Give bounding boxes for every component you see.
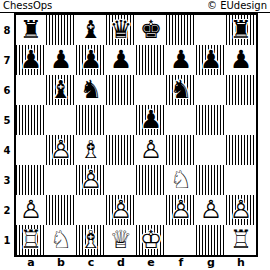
square-a4[interactable] <box>16 135 46 165</box>
piece-glyph: ♖ <box>226 225 256 255</box>
square-h6[interactable] <box>226 75 256 105</box>
square-f3[interactable]: ♞♘ <box>166 165 196 195</box>
square-f2[interactable]: ♟♙ <box>166 195 196 225</box>
piece-black-pawn: ♟♟ <box>46 45 76 75</box>
square-g4[interactable] <box>196 135 226 165</box>
piece-white-pawn: ♟♙ <box>16 195 46 225</box>
piece-glyph: ♕ <box>106 225 136 255</box>
file-label-f: f <box>166 257 196 270</box>
file-label-e: e <box>136 257 166 270</box>
square-a5[interactable] <box>16 105 46 135</box>
piece-glyph: ♟ <box>136 105 166 135</box>
square-f1[interactable] <box>166 225 196 255</box>
piece-glyph: ♟ <box>106 45 136 75</box>
square-b7[interactable]: ♟♟ <box>46 45 76 75</box>
piece-glyph: ♘ <box>166 165 196 195</box>
piece-glyph: ♙ <box>16 195 46 225</box>
square-d5[interactable] <box>106 105 136 135</box>
square-b8[interactable] <box>46 15 76 45</box>
piece-white-knight: ♞♘ <box>46 225 76 255</box>
square-c8[interactable]: ♝♝ <box>76 15 106 45</box>
square-f8[interactable] <box>166 15 196 45</box>
piece-black-pawn: ♟♟ <box>136 105 166 135</box>
square-e6[interactable] <box>136 75 166 105</box>
square-g1[interactable] <box>196 225 226 255</box>
square-c2[interactable] <box>76 195 106 225</box>
file-label-b: b <box>46 257 76 270</box>
piece-black-pawn: ♟♟ <box>106 45 136 75</box>
square-d7[interactable]: ♟♟ <box>106 45 136 75</box>
file-label-h: h <box>226 257 256 270</box>
piece-glyph: ♝ <box>46 75 76 105</box>
diagram-area: 87654321 ♜♜♝♝♛♛♚♚♜♜♟♟♟♟♟♟♟♟♟♟♟♟♟♟♝♝♞♞♞♞♟… <box>0 13 270 270</box>
file-label-g: g <box>196 257 226 270</box>
piece-black-bishop: ♝♝ <box>46 75 76 105</box>
square-e8[interactable]: ♚♚ <box>136 15 166 45</box>
rank-label-4: 4 <box>0 135 14 165</box>
square-g3[interactable] <box>196 165 226 195</box>
piece-glyph: ♟ <box>16 45 46 75</box>
square-g2[interactable]: ♟♙ <box>196 195 226 225</box>
piece-glyph: ♟ <box>166 45 196 75</box>
piece-glyph: ♗ <box>76 225 106 255</box>
file-label-d: d <box>106 257 136 270</box>
rank-label-1: 1 <box>0 225 14 255</box>
square-a6[interactable] <box>16 75 46 105</box>
piece-glyph: ♙ <box>106 195 136 225</box>
piece-black-pawn: ♟♟ <box>196 45 226 75</box>
piece-glyph: ♝ <box>76 15 106 45</box>
square-c6[interactable]: ♞♞ <box>76 75 106 105</box>
rank-label-2: 2 <box>0 195 14 225</box>
square-f6[interactable]: ♞♞ <box>166 75 196 105</box>
piece-white-pawn: ♟♙ <box>46 135 76 165</box>
piece-white-bishop: ♝♗ <box>76 135 106 165</box>
piece-glyph: ♙ <box>136 135 166 165</box>
piece-black-knight: ♞♞ <box>76 75 106 105</box>
file-label-a: a <box>16 257 46 270</box>
square-g8[interactable] <box>196 15 226 45</box>
square-c4[interactable]: ♝♗ <box>76 135 106 165</box>
square-e2[interactable] <box>136 195 166 225</box>
chess-board: ♜♜♝♝♛♛♚♚♜♜♟♟♟♟♟♟♟♟♟♟♟♟♟♟♝♝♞♞♞♞♟♟♟♙♝♗♟♙♟♙… <box>14 13 258 257</box>
piece-black-bishop: ♝♝ <box>76 15 106 45</box>
piece-glyph: ♙ <box>46 135 76 165</box>
square-g7[interactable]: ♟♟ <box>196 45 226 75</box>
piece-white-knight: ♞♘ <box>166 165 196 195</box>
piece-glyph: ♟ <box>46 45 76 75</box>
square-b5[interactable] <box>46 105 76 135</box>
piece-glyph: ♚ <box>136 15 166 45</box>
square-h8[interactable]: ♜♜ <box>226 15 256 45</box>
piece-black-queen: ♛♛ <box>106 15 136 45</box>
piece-glyph: ♗ <box>76 135 106 165</box>
piece-white-rook: ♜♖ <box>226 225 256 255</box>
square-e7[interactable] <box>136 45 166 75</box>
piece-black-pawn: ♟♟ <box>226 45 256 75</box>
piece-glyph: ♔ <box>136 225 166 255</box>
square-b1[interactable]: ♞♘ <box>46 225 76 255</box>
piece-black-rook: ♜♜ <box>226 15 256 45</box>
file-label-c: c <box>76 257 106 270</box>
piece-white-pawn: ♟♙ <box>196 195 226 225</box>
square-e3[interactable] <box>136 165 166 195</box>
square-a1[interactable]: ♜♖ <box>16 225 46 255</box>
square-h1[interactable]: ♜♖ <box>226 225 256 255</box>
square-b3[interactable] <box>46 165 76 195</box>
square-g5[interactable] <box>196 105 226 135</box>
piece-glyph: ♟ <box>226 45 256 75</box>
piece-white-queen: ♛♕ <box>106 225 136 255</box>
square-f4[interactable] <box>166 135 196 165</box>
square-e5[interactable]: ♟♟ <box>136 105 166 135</box>
piece-white-pawn: ♟♙ <box>106 195 136 225</box>
piece-white-pawn: ♟♙ <box>166 195 196 225</box>
piece-white-king: ♚♔ <box>136 225 166 255</box>
square-g6[interactable] <box>196 75 226 105</box>
piece-glyph: ♜ <box>16 15 46 45</box>
piece-black-pawn: ♟♟ <box>76 45 106 75</box>
piece-white-pawn: ♟♙ <box>76 165 106 195</box>
piece-black-rook: ♜♜ <box>16 15 46 45</box>
piece-white-rook: ♜♖ <box>16 225 46 255</box>
app-title: ChessOps <box>3 0 52 11</box>
piece-white-pawn: ♟♙ <box>136 135 166 165</box>
square-d4[interactable] <box>106 135 136 165</box>
rank-label-3: 3 <box>0 165 14 195</box>
piece-glyph: ♙ <box>166 195 196 225</box>
piece-white-bishop: ♝♗ <box>76 225 106 255</box>
piece-black-pawn: ♟♟ <box>16 45 46 75</box>
square-d8[interactable]: ♛♛ <box>106 15 136 45</box>
piece-glyph: ♞ <box>166 75 196 105</box>
square-h7[interactable]: ♟♟ <box>226 45 256 75</box>
square-h2[interactable]: ♟♙ <box>226 195 256 225</box>
rank-labels: 87654321 <box>0 13 14 257</box>
square-d1[interactable]: ♛♕ <box>106 225 136 255</box>
rank-label-5: 5 <box>0 105 14 135</box>
piece-white-pawn: ♟♙ <box>226 195 256 225</box>
rank-label-8: 8 <box>0 15 14 45</box>
piece-black-pawn: ♟♟ <box>166 45 196 75</box>
square-a7[interactable]: ♟♟ <box>16 45 46 75</box>
piece-glyph: ♖ <box>16 225 46 255</box>
piece-glyph: ♛ <box>106 15 136 45</box>
square-d2[interactable]: ♟♙ <box>106 195 136 225</box>
square-b4[interactable]: ♟♙ <box>46 135 76 165</box>
square-e4[interactable]: ♟♙ <box>136 135 166 165</box>
piece-glyph: ♟ <box>196 45 226 75</box>
square-c5[interactable] <box>76 105 106 135</box>
file-labels: abcdefgh <box>14 257 258 270</box>
square-b2[interactable] <box>46 195 76 225</box>
rank-label-7: 7 <box>0 45 14 75</box>
square-h3[interactable] <box>226 165 256 195</box>
piece-glyph: ♜ <box>226 15 256 45</box>
square-d3[interactable] <box>106 165 136 195</box>
piece-black-knight: ♞♞ <box>166 75 196 105</box>
square-c7[interactable]: ♟♟ <box>76 45 106 75</box>
piece-glyph: ♘ <box>46 225 76 255</box>
square-d6[interactable] <box>106 75 136 105</box>
square-h4[interactable] <box>226 135 256 165</box>
square-a8[interactable]: ♜♜ <box>16 15 46 45</box>
square-a3[interactable] <box>16 165 46 195</box>
piece-black-king: ♚♚ <box>136 15 166 45</box>
rank-label-6: 6 <box>0 75 14 105</box>
copyright-text: © EUdesign <box>207 0 267 11</box>
piece-glyph: ♞ <box>76 75 106 105</box>
piece-glyph: ♙ <box>226 195 256 225</box>
piece-glyph: ♙ <box>196 195 226 225</box>
piece-glyph: ♟ <box>76 45 106 75</box>
square-c3[interactable]: ♟♙ <box>76 165 106 195</box>
square-f7[interactable]: ♟♟ <box>166 45 196 75</box>
square-a2[interactable]: ♟♙ <box>16 195 46 225</box>
square-h5[interactable] <box>226 105 256 135</box>
square-c1[interactable]: ♝♗ <box>76 225 106 255</box>
square-e1[interactable]: ♚♔ <box>136 225 166 255</box>
square-b6[interactable]: ♝♝ <box>46 75 76 105</box>
square-f5[interactable] <box>166 105 196 135</box>
piece-glyph: ♙ <box>76 165 106 195</box>
title-bar: ChessOps © EUdesign <box>0 0 270 13</box>
